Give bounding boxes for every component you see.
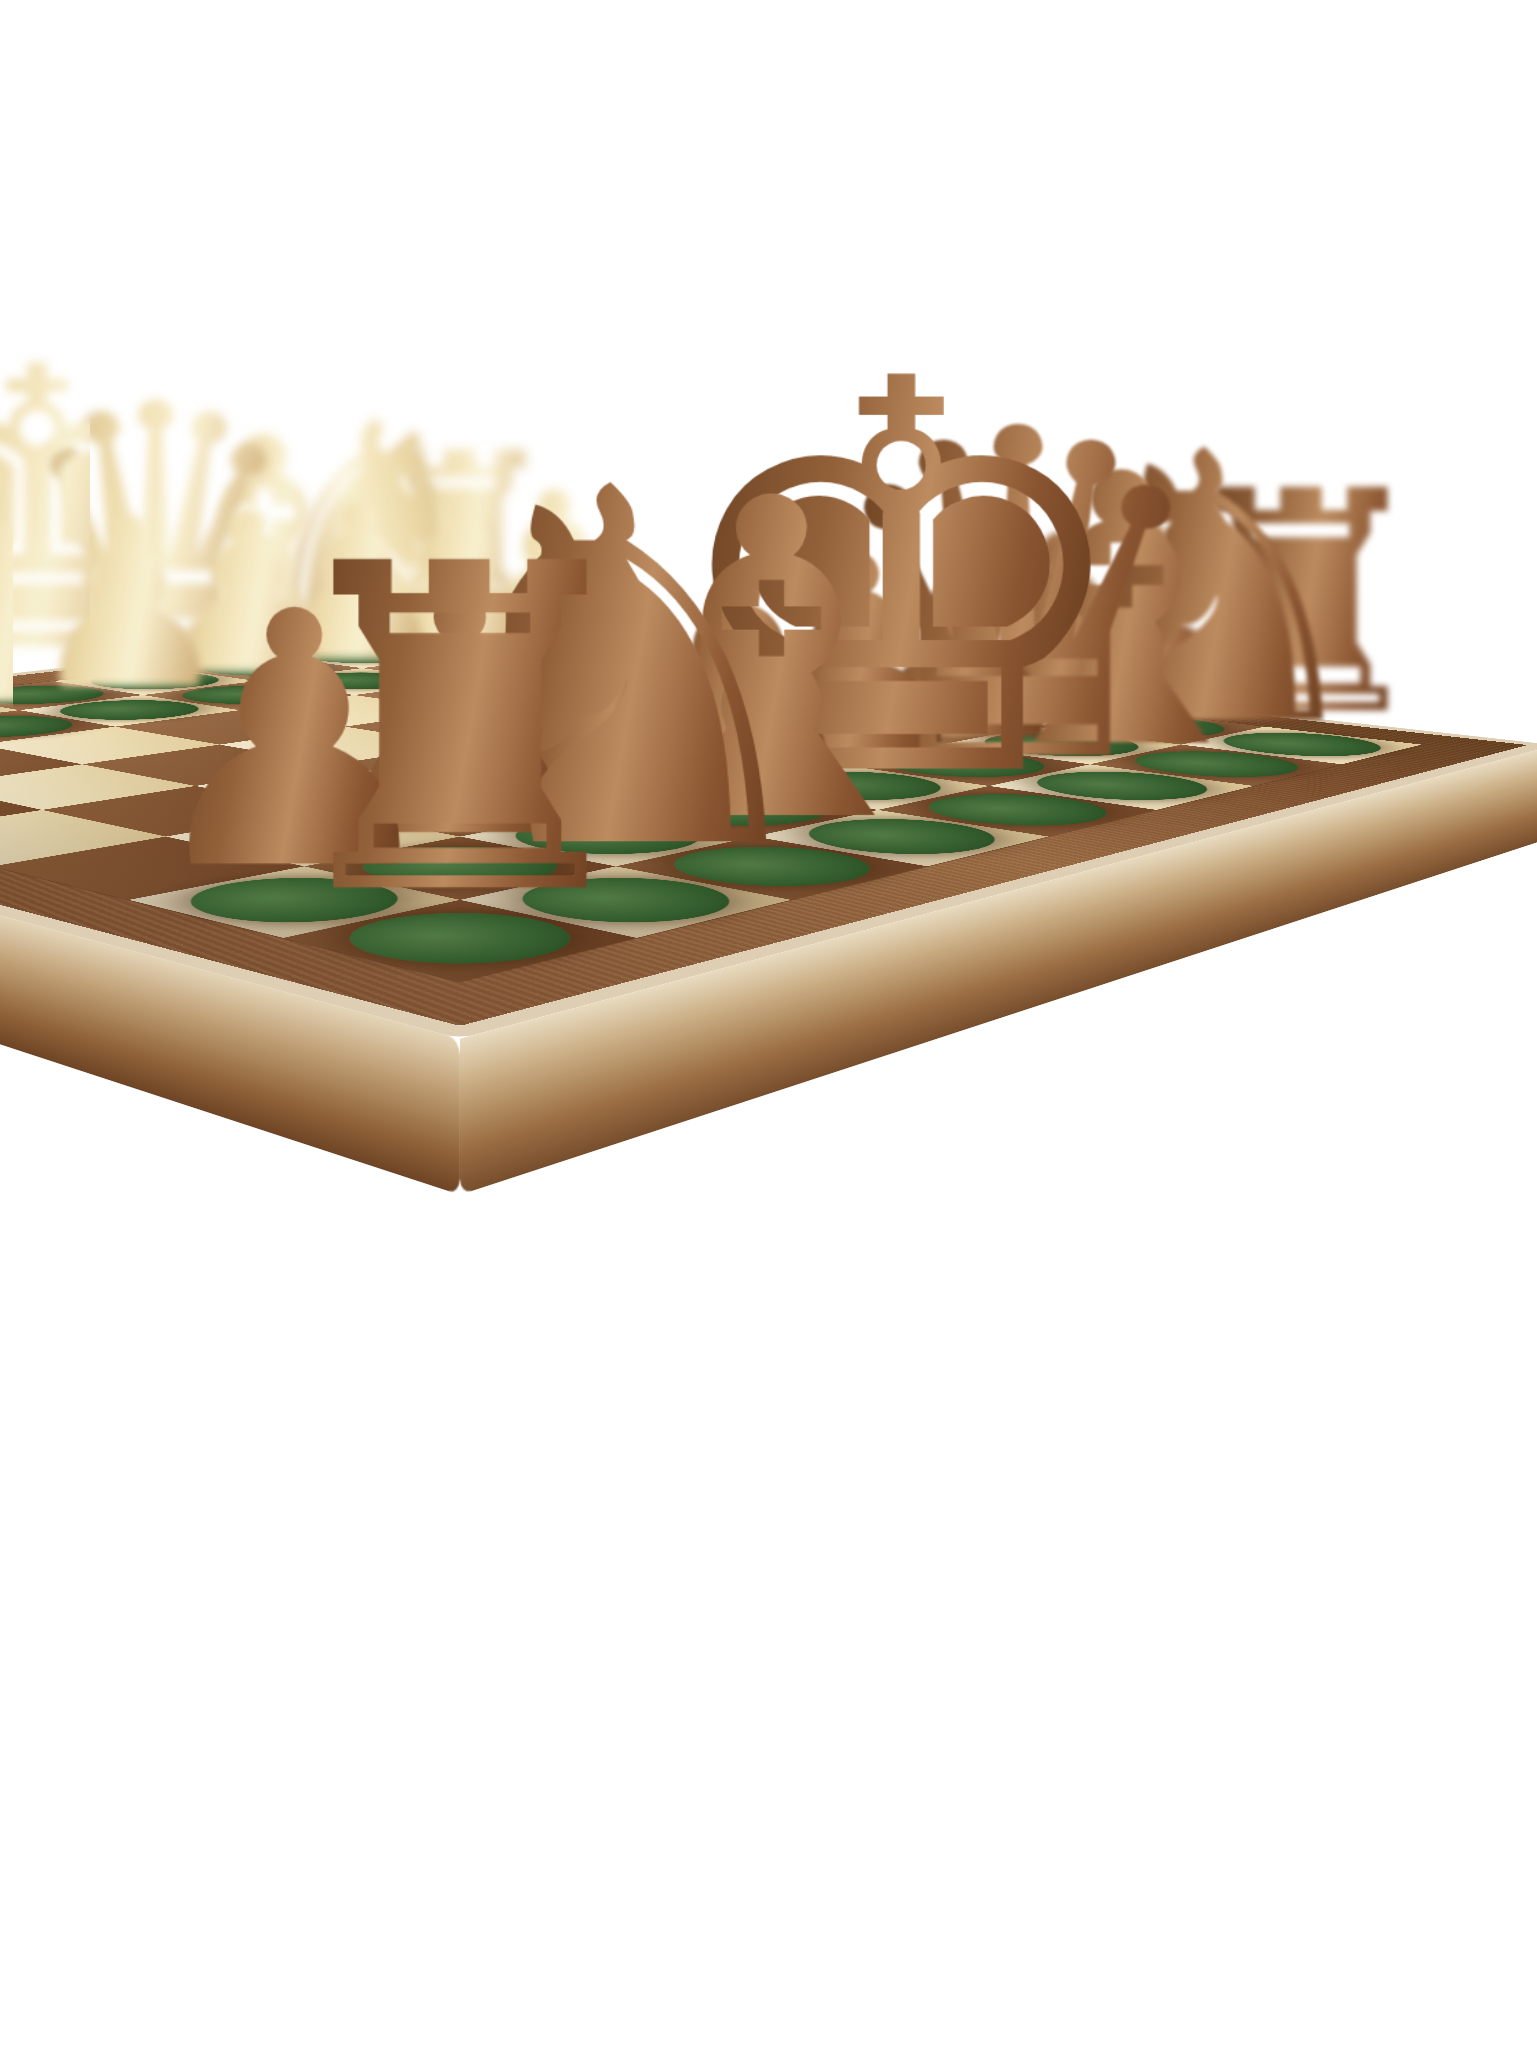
chess-board: ♜♞♝♛♚♝♞♜♟♟♟♟♟♟♟♟♟♟♟♟♟♟♟♟♜♞♝♛♚♝♞♜ <box>0 626 1528 1026</box>
white-pawn-icon: ♟ <box>0 495 109 739</box>
chess-set-photo: ♜♞♝♛♚♝♞♜♟♟♟♟♟♟♟♟♟♟♟♟♟♟♟♟♜♞♝♛♚♝♞♜ <box>0 0 1537 2048</box>
black-rook-icon: ♜ <box>258 506 661 956</box>
perspective-stage: ♜♞♝♛♚♝♞♜♟♟♟♟♟♟♟♟♟♟♟♟♟♟♟♟♜♞♝♛♚♝♞♜ <box>0 0 1537 2048</box>
